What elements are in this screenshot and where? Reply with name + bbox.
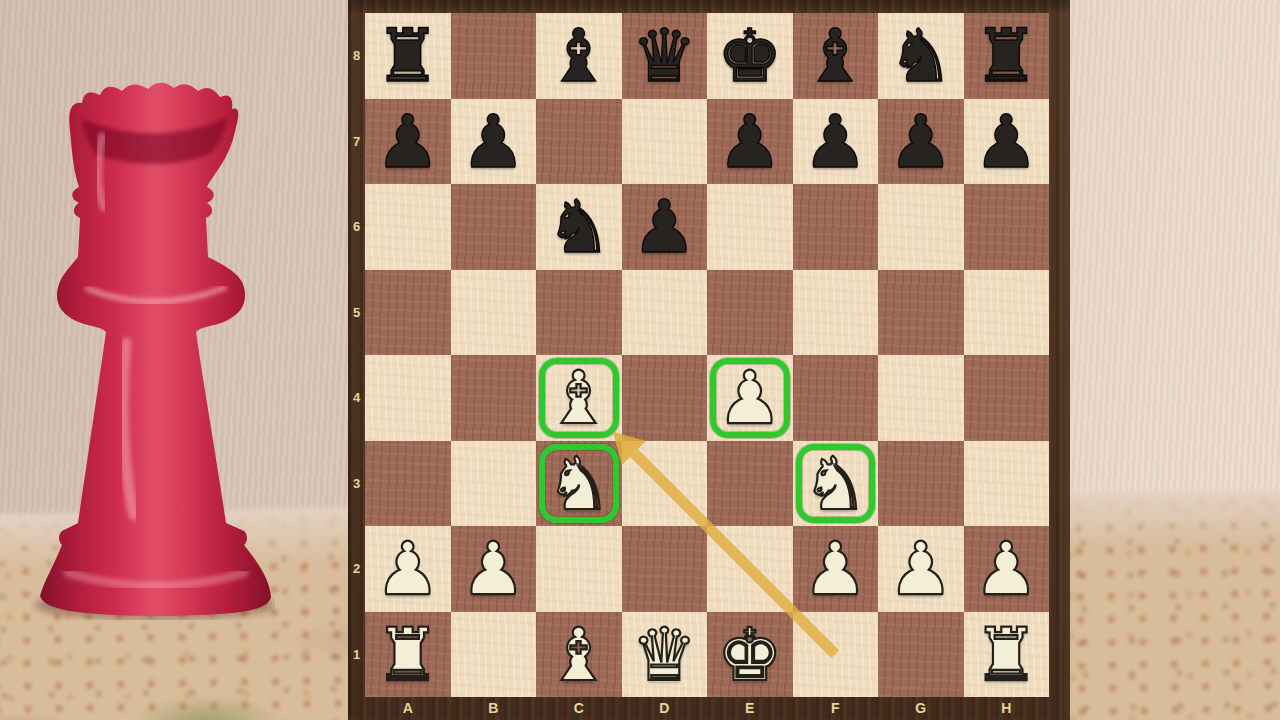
file-label-D: D [622,697,708,720]
piece-white-king[interactable]: ♚ [707,612,793,698]
piece-black-pawn[interactable]: ♟ [964,99,1050,185]
square-e5[interactable] [707,270,793,356]
square-a6[interactable] [365,184,451,270]
rank-label-3: 3 [348,441,365,527]
square-g5[interactable] [878,270,964,356]
square-f2[interactable]: ♟ [793,526,879,612]
square-f6[interactable] [793,184,879,270]
piece-white-pawn[interactable]: ♟ [365,526,451,612]
square-g8[interactable]: ♞ [878,13,964,99]
square-b1[interactable] [451,612,537,698]
red-queen-photo [30,75,275,620]
piece-black-rook[interactable]: ♜ [365,13,451,99]
square-a1[interactable]: ♜ [365,612,451,698]
square-h6[interactable] [964,184,1050,270]
piece-black-knight[interactable]: ♞ [536,184,622,270]
square-g1[interactable] [878,612,964,698]
square-e3[interactable] [707,441,793,527]
square-c8[interactable]: ♝ [536,13,622,99]
square-e1[interactable]: ♚ [707,612,793,698]
piece-white-knight[interactable]: ♞ [536,441,622,527]
piece-white-rook[interactable]: ♜ [964,612,1050,698]
square-d5[interactable] [622,270,708,356]
square-b5[interactable] [451,270,537,356]
square-a3[interactable] [365,441,451,527]
square-c6[interactable]: ♞ [536,184,622,270]
piece-black-pawn[interactable]: ♟ [622,184,708,270]
square-h8[interactable]: ♜ [964,13,1050,99]
rank-label-6: 6 [348,184,365,270]
square-f4[interactable] [793,355,879,441]
piece-black-rook[interactable]: ♜ [964,13,1050,99]
square-g3[interactable] [878,441,964,527]
piece-black-pawn[interactable]: ♟ [878,99,964,185]
file-label-A: A [365,697,451,720]
square-f5[interactable] [793,270,879,356]
square-b2[interactable]: ♟ [451,526,537,612]
piece-white-pawn[interactable]: ♟ [451,526,537,612]
file-label-B: B [451,697,537,720]
square-b3[interactable] [451,441,537,527]
square-d1[interactable]: ♛ [622,612,708,698]
rank-label-4: 4 [348,355,365,441]
piece-black-queen[interactable]: ♛ [622,13,708,99]
square-e6[interactable] [707,184,793,270]
board-squares: ♜♝♛♚♝♞♜♟♟♟♟♟♟♞♟♝♟♞♞♟♟♟♟♟♜♝♛♚♜ [365,13,1049,697]
square-c3[interactable]: ♞ [536,441,622,527]
square-d8[interactable]: ♛ [622,13,708,99]
rank-label-5: 5 [348,270,365,356]
square-c1[interactable]: ♝ [536,612,622,698]
square-g4[interactable] [878,355,964,441]
square-d3[interactable] [622,441,708,527]
piece-black-knight[interactable]: ♞ [878,13,964,99]
square-c4[interactable]: ♝ [536,355,622,441]
square-a2[interactable]: ♟ [365,526,451,612]
square-h4[interactable] [964,355,1050,441]
piece-white-pawn[interactable]: ♟ [793,526,879,612]
piece-black-bishop[interactable]: ♝ [536,13,622,99]
square-b8[interactable] [451,13,537,99]
square-h2[interactable]: ♟ [964,526,1050,612]
piece-white-knight[interactable]: ♞ [793,441,879,527]
rank-label-7: 7 [348,99,365,185]
piece-black-pawn[interactable]: ♟ [793,99,879,185]
file-label-E: E [707,697,793,720]
square-d4[interactable] [622,355,708,441]
square-b7[interactable]: ♟ [451,99,537,185]
piece-black-pawn[interactable]: ♟ [365,99,451,185]
square-e8[interactable]: ♚ [707,13,793,99]
square-g7[interactable]: ♟ [878,99,964,185]
piece-black-bishop[interactable]: ♝ [793,13,879,99]
piece-black-pawn[interactable]: ♟ [451,99,537,185]
square-a4[interactable] [365,355,451,441]
file-label-F: F [793,697,879,720]
square-f7[interactable]: ♟ [793,99,879,185]
square-f8[interactable]: ♝ [793,13,879,99]
piece-white-pawn[interactable]: ♟ [707,355,793,441]
square-c2[interactable] [536,526,622,612]
piece-white-pawn[interactable]: ♟ [878,526,964,612]
square-c5[interactable] [536,270,622,356]
piece-white-queen[interactable]: ♛ [622,612,708,698]
square-b4[interactable] [451,355,537,441]
square-e4[interactable]: ♟ [707,355,793,441]
square-a8[interactable]: ♜ [365,13,451,99]
file-label-C: C [536,697,622,720]
square-d7[interactable] [622,99,708,185]
square-d2[interactable] [622,526,708,612]
square-f1[interactable] [793,612,879,698]
square-h1[interactable]: ♜ [964,612,1050,698]
piece-black-pawn[interactable]: ♟ [707,99,793,185]
square-h7[interactable]: ♟ [964,99,1050,185]
piece-white-pawn[interactable]: ♟ [964,526,1050,612]
piece-white-bishop[interactable]: ♝ [536,612,622,698]
chess-board: ♜♝♛♚♝♞♜♟♟♟♟♟♟♞♟♝♟♞♞♟♟♟♟♟♜♝♛♚♜ 87654321 A… [348,0,1070,720]
rank-label-1: 1 [348,612,365,698]
rank-label-2: 2 [348,526,365,612]
piece-white-rook[interactable]: ♜ [365,612,451,698]
square-a7[interactable]: ♟ [365,99,451,185]
square-e2[interactable] [707,526,793,612]
square-d6[interactable]: ♟ [622,184,708,270]
square-h3[interactable] [964,441,1050,527]
rank-label-8: 8 [348,13,365,99]
square-f3[interactable]: ♞ [793,441,879,527]
square-a5[interactable] [365,270,451,356]
square-c7[interactable] [536,99,622,185]
square-h5[interactable] [964,270,1050,356]
square-g6[interactable] [878,184,964,270]
square-e7[interactable]: ♟ [707,99,793,185]
file-label-G: G [878,697,964,720]
square-b6[interactable] [451,184,537,270]
piece-white-bishop[interactable]: ♝ [536,355,622,441]
square-g2[interactable]: ♟ [878,526,964,612]
file-label-H: H [964,697,1050,720]
piece-black-king[interactable]: ♚ [707,13,793,99]
